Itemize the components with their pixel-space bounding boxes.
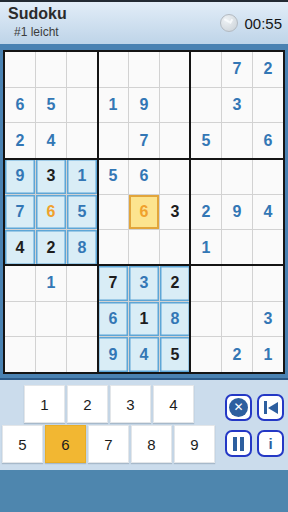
cell-r7c5[interactable]: 3 <box>129 266 159 301</box>
cell-r3c1[interactable]: 2 <box>5 123 35 158</box>
cell-r6c3[interactable]: 8 <box>67 230 97 265</box>
info-button[interactable]: i <box>257 430 284 457</box>
cell-r1c8[interactable]: 7 <box>222 52 252 87</box>
sudoku-grid: 7265193247569315676563294428117326183945… <box>5 52 283 372</box>
cell-r4c6[interactable] <box>160 159 190 194</box>
cell-r5c2[interactable]: 6 <box>36 195 66 230</box>
cell-r2c7[interactable] <box>191 88 221 123</box>
app-title: Sudoku <box>8 5 67 23</box>
cell-r1c3[interactable] <box>67 52 97 87</box>
cell-r7c7[interactable] <box>191 266 221 301</box>
key-5[interactable]: 5 <box>2 425 43 463</box>
cell-r9c5[interactable]: 4 <box>129 337 159 372</box>
cell-r3c4[interactable] <box>98 123 128 158</box>
cell-r1c9[interactable]: 2 <box>253 52 283 87</box>
cell-r6c4[interactable] <box>98 230 128 265</box>
cell-r3c6[interactable] <box>160 123 190 158</box>
block-line-vertical-1 <box>97 52 99 372</box>
cell-r5c9[interactable]: 4 <box>253 195 283 230</box>
pause-icon <box>233 437 237 451</box>
cell-r6c6[interactable] <box>160 230 190 265</box>
key-4[interactable]: 4 <box>153 385 194 423</box>
cell-r1c6[interactable] <box>160 52 190 87</box>
cell-r9c6[interactable]: 5 <box>160 337 190 372</box>
cell-r4c1[interactable]: 9 <box>5 159 35 194</box>
cell-r4c7[interactable] <box>191 159 221 194</box>
cell-r6c7[interactable]: 1 <box>191 230 221 265</box>
key-8[interactable]: 8 <box>131 425 172 463</box>
cell-r6c9[interactable] <box>253 230 283 265</box>
cell-r3c8[interactable] <box>222 123 252 158</box>
cell-r9c7[interactable] <box>191 337 221 372</box>
cell-r8c4[interactable]: 6 <box>98 302 128 337</box>
block-line-horizontal-2 <box>5 264 283 266</box>
cell-r2c4[interactable]: 1 <box>98 88 128 123</box>
cell-r6c8[interactable] <box>222 230 252 265</box>
timer-wrap: 00:55 <box>220 14 282 32</box>
cell-r4c9[interactable] <box>253 159 283 194</box>
cell-r8c1[interactable] <box>5 302 35 337</box>
cell-r7c8[interactable] <box>222 266 252 301</box>
cell-r5c6[interactable]: 3 <box>160 195 190 230</box>
cell-r3c9[interactable]: 6 <box>253 123 283 158</box>
key-6[interactable]: 6 <box>45 425 86 463</box>
cell-r8c7[interactable] <box>191 302 221 337</box>
skip-back-icon <box>264 401 267 414</box>
cell-r6c2[interactable]: 2 <box>36 230 66 265</box>
header: Sudoku #1 leicht 00:55 <box>0 2 288 45</box>
cell-r1c1[interactable] <box>5 52 35 87</box>
block-line-vertical-2 <box>189 52 191 372</box>
cell-r4c8[interactable] <box>222 159 252 194</box>
cell-r5c1[interactable]: 7 <box>5 195 35 230</box>
cell-r7c2[interactable]: 1 <box>36 266 66 301</box>
cell-r7c3[interactable] <box>67 266 97 301</box>
x-circle-icon: ✕ <box>229 398 248 417</box>
restart-button[interactable] <box>257 394 284 421</box>
cell-r4c5[interactable]: 6 <box>129 159 159 194</box>
cell-r8c8[interactable] <box>222 302 252 337</box>
cell-r9c1[interactable] <box>5 337 35 372</box>
cell-r7c9[interactable] <box>253 266 283 301</box>
cell-r5c3[interactable]: 5 <box>67 195 97 230</box>
cell-r2c2[interactable]: 5 <box>36 88 66 123</box>
keypad-area: 1234 56789 ✕ i <box>0 378 288 470</box>
pause-button[interactable] <box>225 430 252 457</box>
cell-r2c8[interactable]: 3 <box>222 88 252 123</box>
cell-r2c5[interactable]: 9 <box>129 88 159 123</box>
key-2[interactable]: 2 <box>67 385 108 423</box>
cell-r2c1[interactable]: 6 <box>5 88 35 123</box>
cell-r9c4[interactable]: 9 <box>98 337 128 372</box>
cell-r1c5[interactable] <box>129 52 159 87</box>
bottom-band <box>0 470 288 512</box>
cell-r5c8[interactable]: 9 <box>222 195 252 230</box>
cell-r4c3[interactable]: 1 <box>67 159 97 194</box>
cell-r9c2[interactable] <box>36 337 66 372</box>
cell-r2c9[interactable] <box>253 88 283 123</box>
cell-r1c2[interactable] <box>36 52 66 87</box>
board-panel: 7265193247569315676563294428117326183945… <box>0 44 288 378</box>
key-9[interactable]: 9 <box>174 425 215 463</box>
clock-icon <box>220 14 238 32</box>
cell-r6c5[interactable] <box>129 230 159 265</box>
cell-r9c3[interactable] <box>67 337 97 372</box>
block-line-horizontal-1 <box>5 158 283 160</box>
cell-r1c7[interactable] <box>191 52 221 87</box>
sudoku-board: 7265193247569315676563294428117326183945… <box>3 50 285 374</box>
cell-r1c4[interactable] <box>98 52 128 87</box>
key-7[interactable]: 7 <box>88 425 129 463</box>
cell-r9c9[interactable]: 1 <box>253 337 283 372</box>
puzzle-subtitle: #1 leicht <box>14 25 59 39</box>
cell-r8c3[interactable] <box>67 302 97 337</box>
cell-r5c4[interactable] <box>98 195 128 230</box>
cell-r3c2[interactable]: 4 <box>36 123 66 158</box>
cell-r2c6[interactable] <box>160 88 190 123</box>
keypad-row-2: 56789 <box>2 425 215 463</box>
cell-r3c5[interactable]: 7 <box>129 123 159 158</box>
keypad-row-1: 1234 <box>24 385 194 423</box>
clear-button[interactable]: ✕ <box>225 394 252 421</box>
cell-r8c5[interactable]: 1 <box>129 302 159 337</box>
key-3[interactable]: 3 <box>110 385 151 423</box>
cell-r2c3[interactable] <box>67 88 97 123</box>
cell-r5c7[interactable]: 2 <box>191 195 221 230</box>
cell-r8c2[interactable] <box>36 302 66 337</box>
cell-r6c1[interactable]: 4 <box>5 230 35 265</box>
cell-r4c4[interactable]: 5 <box>98 159 128 194</box>
cell-r3c7[interactable]: 5 <box>191 123 221 158</box>
info-icon: i <box>268 435 272 452</box>
cell-r7c4[interactable]: 7 <box>98 266 128 301</box>
cell-r4c2[interactable]: 3 <box>36 159 66 194</box>
timer-value: 00:55 <box>244 15 282 32</box>
key-1[interactable]: 1 <box>24 385 65 423</box>
cell-r8c6[interactable]: 8 <box>160 302 190 337</box>
cell-r7c1[interactable] <box>5 266 35 301</box>
cell-r5c5[interactable]: 6 <box>129 195 159 230</box>
cell-r9c8[interactable]: 2 <box>222 337 252 372</box>
cell-r8c9[interactable]: 3 <box>253 302 283 337</box>
cell-r3c3[interactable] <box>67 123 97 158</box>
cell-r7c6[interactable]: 2 <box>160 266 190 301</box>
